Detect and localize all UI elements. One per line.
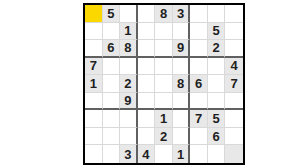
cell-r5c2[interactable]: [103, 75, 121, 93]
cell-r1c8[interactable]: [208, 5, 226, 23]
cell-r5c7[interactable]: 6: [190, 75, 208, 93]
cell-r8c7[interactable]: [190, 128, 208, 146]
cell-r8c2[interactable]: [103, 128, 121, 146]
cell-r3c4[interactable]: [138, 40, 156, 58]
cell-r8c6[interactable]: [173, 128, 191, 146]
cell-r2c8[interactable]: 5: [208, 23, 226, 41]
sudoku-app: 5831568927412867917526341: [0, 0, 300, 168]
cell-r9c3[interactable]: 3: [120, 145, 138, 163]
cell-r5c4[interactable]: [138, 75, 156, 93]
cell-r7c6[interactable]: [173, 110, 191, 128]
cell-r6c1[interactable]: [85, 93, 103, 111]
cell-r4c9[interactable]: 4: [225, 58, 243, 76]
cell-r8c9[interactable]: [225, 128, 243, 146]
cell-r5c8[interactable]: [208, 75, 226, 93]
sudoku-grid: 5831568927412867917526341: [83, 3, 245, 165]
cell-r9c4[interactable]: 4: [138, 145, 156, 163]
cell-r1c6[interactable]: 3: [173, 5, 191, 23]
cell-r6c2[interactable]: [103, 93, 121, 111]
cell-r2c3[interactable]: 1: [120, 23, 138, 41]
cell-r6c5[interactable]: [155, 93, 173, 111]
cell-r1c4[interactable]: [138, 5, 156, 23]
cell-r7c9[interactable]: [225, 110, 243, 128]
cell-r9c9[interactable]: [225, 145, 243, 163]
cell-r3c8[interactable]: 2: [208, 40, 226, 58]
cell-r1c7[interactable]: [190, 5, 208, 23]
cell-r7c4[interactable]: [138, 110, 156, 128]
cell-r5c3[interactable]: 2: [120, 75, 138, 93]
cell-r6c8[interactable]: [208, 93, 226, 111]
cell-r7c2[interactable]: [103, 110, 121, 128]
cell-r2c9[interactable]: [225, 23, 243, 41]
cell-r4c1[interactable]: 7: [85, 58, 103, 76]
cell-r4c7[interactable]: [190, 58, 208, 76]
cell-r9c1[interactable]: [85, 145, 103, 163]
cell-r5c9[interactable]: 7: [225, 75, 243, 93]
cell-r2c7[interactable]: [190, 23, 208, 41]
cell-r3c7[interactable]: [190, 40, 208, 58]
cell-r7c1[interactable]: [85, 110, 103, 128]
cell-r1c2[interactable]: 5: [103, 5, 121, 23]
cell-r6c9[interactable]: [225, 93, 243, 111]
cell-r6c6[interactable]: [173, 93, 191, 111]
cell-r9c5[interactable]: [155, 145, 173, 163]
cell-r4c2[interactable]: [103, 58, 121, 76]
cell-r8c5[interactable]: 2: [155, 128, 173, 146]
cell-r1c1[interactable]: [85, 5, 103, 23]
cell-r1c3[interactable]: [120, 5, 138, 23]
cell-r7c7[interactable]: 7: [190, 110, 208, 128]
cell-r5c1[interactable]: 1: [85, 75, 103, 93]
cell-r3c9[interactable]: [225, 40, 243, 58]
cell-r3c3[interactable]: 8: [120, 40, 138, 58]
cell-r7c8[interactable]: 5: [208, 110, 226, 128]
cell-r3c5[interactable]: [155, 40, 173, 58]
cell-r2c5[interactable]: [155, 23, 173, 41]
cell-r9c2[interactable]: [103, 145, 121, 163]
cell-r8c8[interactable]: 6: [208, 128, 226, 146]
cell-r6c7[interactable]: [190, 93, 208, 111]
cell-r4c4[interactable]: [138, 58, 156, 76]
cell-r9c6[interactable]: 1: [173, 145, 191, 163]
cell-r3c6[interactable]: 9: [173, 40, 191, 58]
cell-r2c1[interactable]: [85, 23, 103, 41]
cell-r6c3[interactable]: 9: [120, 93, 138, 111]
cell-r5c6[interactable]: 8: [173, 75, 191, 93]
cell-r5c5[interactable]: [155, 75, 173, 93]
cell-r7c3[interactable]: [120, 110, 138, 128]
cell-r4c3[interactable]: [120, 58, 138, 76]
cell-r8c1[interactable]: [85, 128, 103, 146]
cell-r2c4[interactable]: [138, 23, 156, 41]
cell-r7c5[interactable]: 1: [155, 110, 173, 128]
cell-r9c8[interactable]: [208, 145, 226, 163]
cell-r6c4[interactable]: [138, 93, 156, 111]
cell-r1c5[interactable]: 8: [155, 5, 173, 23]
cell-r8c4[interactable]: [138, 128, 156, 146]
cell-r3c1[interactable]: [85, 40, 103, 58]
cell-r4c8[interactable]: [208, 58, 226, 76]
cell-r1c9[interactable]: [225, 5, 243, 23]
cell-r8c3[interactable]: [120, 128, 138, 146]
cell-r9c7[interactable]: [190, 145, 208, 163]
cell-r2c2[interactable]: [103, 23, 121, 41]
cell-r4c6[interactable]: [173, 58, 191, 76]
cell-r3c2[interactable]: 6: [103, 40, 121, 58]
cell-r4c5[interactable]: [155, 58, 173, 76]
cell-r2c6[interactable]: [173, 23, 191, 41]
